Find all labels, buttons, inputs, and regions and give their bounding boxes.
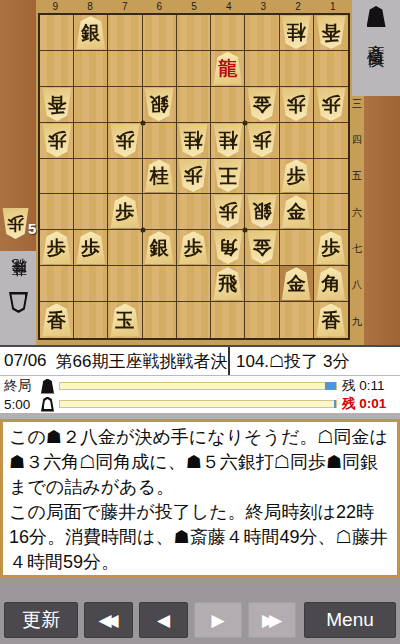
board-cell-5二[interactable] [177, 51, 211, 87]
shogi-piece-銀[interactable]: 銀 [247, 195, 277, 228]
board-cell-5九[interactable] [177, 302, 211, 338]
file-label: 7 [107, 0, 142, 13]
board-cell-2八[interactable]: 金 [280, 266, 314, 302]
rank-label: 八 [350, 267, 364, 303]
board-cell-7七[interactable] [108, 230, 142, 266]
update-button[interactable]: 更新 [4, 602, 78, 638]
black-shogi-piece-icon [367, 6, 386, 27]
board-cell-8四[interactable] [74, 123, 108, 159]
event-title: 第66期王座戦挑戦者決 [56, 350, 228, 373]
board-cell-6七[interactable]: 銀 [143, 230, 177, 266]
board-cell-8三[interactable] [74, 87, 108, 123]
file-label: 6 [142, 0, 177, 13]
game-date: 07/06 [4, 351, 47, 371]
shogi-piece-歩[interactable]: 歩 [178, 231, 208, 264]
gote-clock-label: 5:00 [2, 397, 36, 412]
board-cell-1六[interactable] [314, 194, 348, 230]
gote-remaining-time: 残 0:01 [342, 395, 398, 413]
shogi-piece-銀[interactable]: 銀 [144, 88, 174, 121]
board-cell-2三[interactable]: 歩 [280, 87, 314, 123]
shogi-board: 銀桂香龍香銀金歩歩歩歩桂桂歩桂歩王歩歩歩銀金歩歩銀歩角金歩飛金角香玉香 [38, 13, 350, 340]
menu-button[interactable]: Menu [304, 602, 396, 638]
board-cell-9二[interactable] [40, 51, 74, 87]
white-shogi-piece-icon [41, 397, 54, 412]
board-cell-5八[interactable] [177, 266, 211, 302]
shogi-piece-金[interactable]: 金 [247, 231, 277, 264]
board-cell-6一[interactable] [143, 15, 177, 51]
shogi-app: 歩5 藤井聡 987654321 銀桂香龍香銀金歩歩歩歩桂桂歩桂歩王歩歩歩銀金歩… [0, 0, 400, 644]
sente-remaining-time: 残 0:11 [342, 377, 398, 395]
board-cell-2九[interactable] [280, 302, 314, 338]
board-section: 歩5 藤井聡 987654321 銀桂香龍香銀金歩歩歩歩桂桂歩桂歩王歩歩歩銀金歩… [0, 0, 400, 345]
board-cell-5五[interactable]: 歩 [177, 159, 211, 195]
shogi-piece-香[interactable]: 香 [42, 304, 72, 337]
board-cell-2二[interactable] [280, 51, 314, 87]
board-cell-4九[interactable] [211, 302, 245, 338]
white-shogi-piece-icon [9, 292, 28, 313]
board-cell-8五[interactable] [74, 159, 108, 195]
board-cell-7四[interactable]: 歩 [108, 123, 142, 159]
shogi-piece-金[interactable]: 金 [247, 88, 277, 121]
board-cell-6四[interactable] [143, 123, 177, 159]
board-cell-3九[interactable] [245, 302, 279, 338]
star-point [140, 228, 145, 233]
board-cell-3四[interactable]: 歩 [245, 123, 279, 159]
board-cell-9六[interactable] [40, 194, 74, 230]
gote-time-remaining-bar [334, 400, 336, 408]
commentary-paragraph: この局面で藤井が投了した。終局時刻は22時16分。消費時間は、☗斎藤４時間49分… [9, 500, 391, 575]
shogi-piece-金[interactable]: 金 [281, 195, 311, 228]
board-cell-5七[interactable]: 歩 [177, 230, 211, 266]
commentary-paragraph: この☗２八金が決め手になりそうだ。☖同金は☗３六角☖同角成に、☗５六銀打☖同歩☗… [9, 425, 391, 500]
star-point [140, 120, 145, 125]
shogi-piece-銀[interactable]: 銀 [144, 231, 174, 264]
shogi-piece-飛[interactable]: 飛 [213, 267, 243, 300]
board-cell-7九[interactable]: 玉 [108, 302, 142, 338]
board-cell-6五[interactable]: 桂 [143, 159, 177, 195]
board-cell-6九[interactable] [143, 302, 177, 338]
board-cell-4四[interactable]: 桂 [211, 123, 245, 159]
board-cell-4七[interactable]: 角 [211, 230, 245, 266]
board-cell-1一[interactable]: 香 [314, 15, 348, 51]
board-cell-6三[interactable]: 銀 [143, 87, 177, 123]
sente-time-remaining-bar [325, 382, 336, 390]
gote-hand-piece-count: 5 [28, 220, 36, 237]
file-label: 3 [246, 0, 281, 13]
board-cell-7六[interactable]: 歩 [108, 194, 142, 230]
gote-name-plate-inner: 藤井聡 [9, 283, 28, 313]
board-cell-9七[interactable]: 歩 [40, 230, 74, 266]
gote-hand-piece-歩[interactable]: 歩 [2, 208, 29, 239]
rank-label: 七 [350, 231, 364, 267]
file-label: 5 [177, 0, 212, 13]
shogi-piece-桂[interactable]: 桂 [281, 16, 311, 49]
board-cell-6六[interactable] [143, 194, 177, 230]
shogi-piece-歩[interactable]: 歩 [316, 88, 346, 121]
shogi-piece-銀[interactable]: 銀 [76, 16, 106, 49]
board-cell-3三[interactable]: 金 [245, 87, 279, 123]
board-cell-8八[interactable] [74, 266, 108, 302]
board-cell-2一[interactable]: 桂 [280, 15, 314, 51]
board-cell-8六[interactable] [74, 194, 108, 230]
shogi-piece-歩[interactable]: 歩 [281, 88, 311, 121]
commentary-box[interactable]: この☗２八金が決め手になりそうだ。☖同金は☗３六角☖同角成に、☗５六銀打☖同歩☗… [0, 419, 400, 578]
sente-time-bar [59, 382, 337, 390]
shogi-piece-歩[interactable]: 歩 [213, 195, 243, 228]
rank-label: 九 [350, 304, 364, 340]
board-cell-3一[interactable] [245, 15, 279, 51]
shogi-piece-歩[interactable]: 歩 [110, 195, 140, 228]
board-cell-9三[interactable]: 香 [40, 87, 74, 123]
gote-time-bar [59, 400, 337, 408]
rank-label: 六 [350, 195, 364, 231]
shogi-piece-角[interactable]: 角 [316, 267, 346, 300]
board-cell-7三[interactable] [108, 87, 142, 123]
board-cell-3六[interactable]: 銀 [245, 194, 279, 230]
board-cell-1二[interactable] [314, 51, 348, 87]
board-cell-9八[interactable] [40, 266, 74, 302]
shogi-piece-玉[interactable]: 玉 [110, 304, 140, 337]
board-cell-7一[interactable] [108, 15, 142, 51]
board-cell-1四[interactable] [314, 123, 348, 159]
board-cell-3五[interactable] [245, 159, 279, 195]
shogi-piece-歩[interactable]: 歩 [76, 231, 106, 264]
sente-clock-label: 終局 [2, 377, 36, 395]
forward-button: ▶ [194, 602, 242, 638]
shogi-piece-桂[interactable]: 桂 [144, 159, 174, 192]
board-cell-2五[interactable]: 歩 [280, 159, 314, 195]
board-cell-6二[interactable] [143, 51, 177, 87]
board-cell-9五[interactable] [40, 159, 74, 195]
board-cell-5四[interactable]: 桂 [177, 123, 211, 159]
board-cell-1三[interactable]: 歩 [314, 87, 348, 123]
move-info: 104.☖投了 3分 [230, 350, 350, 373]
board-cell-2六[interactable]: 金 [280, 194, 314, 230]
board-cell-4一[interactable] [211, 15, 245, 51]
file-labels: 987654321 [38, 0, 350, 13]
board-cell-4三[interactable] [211, 87, 245, 123]
shogi-piece-桂[interactable]: 桂 [178, 124, 208, 157]
board-cell-9九[interactable]: 香 [40, 302, 74, 338]
shogi-piece-香[interactable]: 香 [42, 88, 72, 121]
board-cell-7八[interactable] [108, 266, 142, 302]
board-cell-7五[interactable] [108, 159, 142, 195]
sente-clock-row: 終局 残 0:11 [2, 377, 398, 395]
shogi-piece-龍[interactable]: 龍 [213, 52, 243, 85]
board-cell-7二[interactable] [108, 51, 142, 87]
shogi-piece-歩[interactable]: 歩 [110, 124, 140, 157]
shogi-piece-香[interactable]: 香 [316, 304, 346, 337]
info-left: 07/06 第66期王座戦挑戦者決 [0, 347, 230, 375]
rewind-button[interactable]: ◀◀ [84, 602, 133, 638]
board-cell-1八[interactable]: 角 [314, 266, 348, 302]
fast-forward-button: ▶▶ [248, 602, 296, 638]
board-cell-1五[interactable] [314, 159, 348, 195]
gote-clock-row: 5:00 残 0:01 [2, 395, 398, 413]
file-label: 4 [211, 0, 246, 13]
black-shogi-piece-icon [41, 379, 54, 394]
gote-player-name: 藤井聡 [11, 283, 26, 289]
shogi-piece-金[interactable]: 金 [281, 267, 311, 300]
board-cell-5三[interactable] [177, 87, 211, 123]
shogi-piece-歩[interactable]: 歩 [178, 159, 208, 192]
file-label: 8 [73, 0, 108, 13]
star-point [243, 228, 248, 233]
board-body: 銀桂香龍香銀金歩歩歩歩桂桂歩桂歩王歩歩歩銀金歩歩銀歩角金歩飛金角香玉香 一二三四… [38, 13, 364, 340]
board-cell-5一[interactable] [177, 15, 211, 51]
shogi-piece-歩[interactable]: 歩 [281, 159, 311, 192]
shogi-piece-歩[interactable]: 歩 [247, 124, 277, 157]
file-label: 2 [281, 0, 316, 13]
gote-panel: 歩5 藤井聡 [0, 0, 36, 345]
info-bar: 07/06 第66期王座戦挑戦者決 104.☖投了 3分 [0, 345, 400, 375]
shogi-piece-歩[interactable]: 歩 [42, 124, 72, 157]
board-cell-6八[interactable] [143, 266, 177, 302]
back-button[interactable]: ◀ [139, 602, 188, 638]
board-cell-9四[interactable]: 歩 [40, 123, 74, 159]
board-cell-9一[interactable] [40, 15, 74, 51]
shogi-piece-角[interactable]: 角 [213, 231, 243, 264]
board-frame: 987654321 銀桂香龍香銀金歩歩歩歩桂桂歩桂歩王歩歩歩銀金歩歩銀歩角金歩飛… [36, 0, 364, 345]
board-cell-2七[interactable] [280, 230, 314, 266]
board-cell-4六[interactable]: 歩 [211, 194, 245, 230]
sente-name-plate: 斎藤慎 [352, 0, 400, 96]
shogi-piece-歩[interactable]: 歩 [316, 231, 346, 264]
board-cell-4二[interactable]: 龍 [211, 51, 245, 87]
shogi-piece-王[interactable]: 王 [213, 159, 243, 192]
file-label: 9 [38, 0, 73, 13]
board-cell-2四[interactable] [280, 123, 314, 159]
board-cell-4五[interactable]: 王 [211, 159, 245, 195]
toolbar: 更新◀◀◀▶▶▶Menu [0, 578, 400, 644]
sente-player-name: 斎藤慎 [368, 31, 385, 40]
board-cell-3二[interactable] [245, 51, 279, 87]
board-cell-5六[interactable] [177, 194, 211, 230]
rank-label: 五 [350, 158, 364, 194]
board-cell-8一[interactable]: 銀 [74, 15, 108, 51]
board-cell-1七[interactable]: 歩 [314, 230, 348, 266]
board-cell-4八[interactable]: 飛 [211, 266, 245, 302]
rank-label: 四 [350, 122, 364, 158]
gote-hand-tray[interactable]: 歩5 [0, 0, 36, 251]
shogi-piece-桂[interactable]: 桂 [213, 124, 243, 157]
star-point [243, 120, 248, 125]
gote-name-plate: 藤井聡 [0, 251, 36, 345]
board-cell-3八[interactable] [245, 266, 279, 302]
shogi-piece-歩[interactable]: 歩 [42, 231, 72, 264]
board-cell-1九[interactable]: 香 [314, 302, 348, 338]
clock-panel: 終局 残 0:11 5:00 残 0:01 [0, 375, 400, 413]
shogi-piece-香[interactable]: 香 [316, 16, 346, 49]
file-label: 1 [315, 0, 350, 13]
board-cell-8九[interactable] [74, 302, 108, 338]
board-cell-3七[interactable]: 金 [245, 230, 279, 266]
board-cell-8二[interactable] [74, 51, 108, 87]
board-cell-8七[interactable]: 歩 [74, 230, 108, 266]
